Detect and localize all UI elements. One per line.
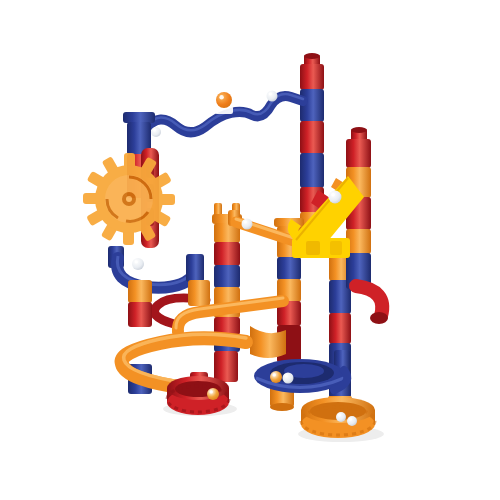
- marble-highlight: [338, 414, 341, 417]
- wooden-ball: [216, 92, 232, 108]
- marble: [267, 91, 278, 102]
- pillar-foot: [270, 403, 294, 411]
- gear-hub-pin: [126, 196, 132, 202]
- marble-highlight: [210, 390, 213, 393]
- tube-segment-red: [128, 302, 152, 327]
- marble: [283, 373, 294, 384]
- tube-segment-orange: [188, 280, 210, 306]
- marble-highlight: [135, 260, 138, 263]
- tube-segment-red: [300, 121, 324, 154]
- marble: [132, 258, 144, 270]
- red-curve-mouth: [370, 312, 388, 324]
- tube-segment-red: [214, 351, 238, 382]
- marble: [242, 219, 253, 230]
- tube-segment-blue: [214, 265, 240, 288]
- cap-knob-top: [304, 53, 320, 59]
- marble-highlight: [244, 221, 247, 224]
- cap-red: [346, 139, 371, 168]
- slide-window: [306, 241, 320, 255]
- marble-highlight: [219, 95, 223, 99]
- marble-highlight: [273, 373, 276, 376]
- cap-flange: [123, 112, 155, 123]
- tube-segment-red: [214, 242, 240, 266]
- gear-wheel: [83, 153, 175, 245]
- slide-window: [330, 241, 342, 255]
- red-curve: [356, 286, 382, 316]
- product-photo: [0, 0, 500, 500]
- marble: [270, 371, 282, 383]
- cap-red: [300, 64, 324, 90]
- marble-highlight: [349, 418, 352, 421]
- marble: [336, 412, 346, 422]
- marble: [207, 388, 219, 400]
- marble-highlight: [153, 129, 156, 132]
- marble-run-scene: [0, 0, 500, 500]
- blue-track-highlight: [117, 256, 194, 285]
- mid-tower-left: [212, 203, 242, 382]
- marble: [347, 416, 357, 426]
- tube-segment-red: [329, 313, 351, 344]
- tube-segment-blue: [277, 257, 301, 280]
- marble-highlight: [269, 93, 272, 96]
- tube-segment-orange: [128, 280, 152, 303]
- tube-segment-blue: [300, 153, 324, 188]
- marble-highlight: [285, 375, 288, 378]
- marble-highlight: [331, 193, 335, 197]
- red-outlet-curve: [356, 286, 388, 324]
- cap-knob-top: [351, 127, 367, 133]
- marble: [151, 127, 161, 137]
- track-post: [186, 254, 204, 282]
- marble: [329, 191, 342, 204]
